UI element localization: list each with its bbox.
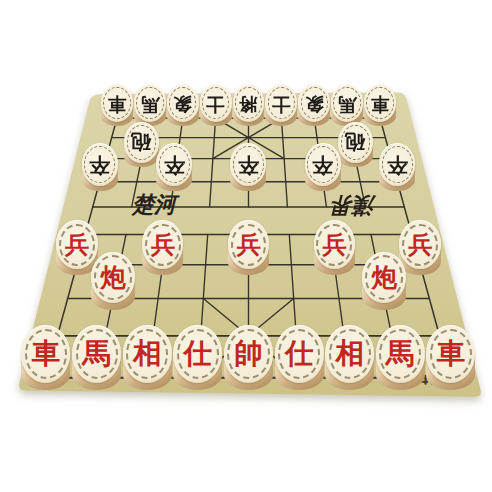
piece-character: 將 [239, 94, 258, 113]
xiangqi-product-photo: 楚河 漢界 3A Φ40 車馬象士將士象馬車砲砲卒卒卒卒卒兵兵兵兵兵炮炮車馬相仕… [0, 0, 492, 492]
piece-character: 卒 [164, 154, 185, 175]
piece-character: 仕 [184, 340, 213, 369]
piece-face: 馬 [376, 325, 425, 383]
piece-character: 兵 [65, 233, 89, 257]
piece-black-elephant-f3[interactable]: 象 [167, 84, 199, 122]
piece-character: 車 [437, 340, 466, 369]
piece-red-soldier-f7[interactable]: 兵 [314, 220, 356, 269]
piece-red-soldier-f5[interactable]: 兵 [228, 220, 270, 269]
piece-character: 仕 [285, 340, 314, 369]
piece-character: 相 [335, 340, 364, 369]
piece-red-horse-f2[interactable]: 馬 [72, 325, 121, 383]
piece-red-advisor-f6[interactable]: 仕 [275, 325, 324, 383]
piece-character: 兵 [151, 233, 175, 257]
piece-character: 兵 [236, 233, 260, 257]
piece-black-general-f5[interactable]: 將 [233, 84, 265, 122]
piece-black-advisor-f6[interactable]: 士 [265, 84, 297, 122]
piece-face: 卒 [82, 143, 118, 186]
piece-face: 卒 [305, 143, 341, 186]
piece-black-horse-f8[interactable]: 馬 [331, 84, 363, 122]
piece-character: 馬 [338, 94, 357, 113]
piece-character: 馬 [82, 340, 111, 369]
piece-face: 卒 [379, 143, 415, 186]
piece-character: 炮 [371, 265, 396, 290]
piece-face: 將 [233, 84, 265, 122]
piece-character: 馬 [386, 340, 415, 369]
piece-black-chariot-f1[interactable]: 車 [101, 84, 133, 122]
piece-red-advisor-f4[interactable]: 仕 [173, 325, 222, 383]
piece-face: 馬 [331, 84, 363, 122]
piece-character: 馬 [141, 94, 160, 113]
piece-character: 象 [173, 94, 192, 113]
piece-face: 象 [167, 84, 199, 122]
piece-red-horse-f8[interactable]: 馬 [376, 325, 425, 383]
river-text-han-jie: 漢界 [288, 195, 376, 217]
piece-character: 車 [371, 94, 390, 113]
piece-black-elephant-f7[interactable]: 象 [298, 84, 330, 122]
piece-black-horse-f2[interactable]: 馬 [134, 84, 166, 122]
piece-character: 兵 [408, 233, 432, 257]
piece-face: 砲 [124, 122, 159, 163]
piece-red-chariot-f1[interactable]: 車 [21, 325, 70, 383]
piece-black-soldier-f1[interactable]: 卒 [82, 143, 118, 186]
piece-character: 卒 [89, 154, 110, 175]
piece-character: 帥 [234, 340, 263, 369]
piece-character: 車 [32, 340, 61, 369]
piece-black-chariot-f9[interactable]: 車 [364, 84, 396, 122]
piece-character: 炮 [100, 265, 125, 290]
river-char: 漢界 [332, 195, 376, 217]
piece-face: 炮 [362, 252, 406, 304]
piece-face: 帥 [224, 325, 273, 383]
piece-red-general-f5[interactable]: 帥 [224, 325, 273, 383]
piece-character: 砲 [345, 132, 365, 152]
piece-black-advisor-f4[interactable]: 士 [200, 84, 232, 122]
piece-black-soldier-f9[interactable]: 卒 [379, 143, 415, 186]
piece-red-elephant-f7[interactable]: 相 [325, 325, 374, 383]
piece-face: 士 [200, 84, 232, 122]
piece-character: 砲 [131, 132, 151, 152]
piece-character: 象 [305, 94, 324, 113]
piece-character: 士 [272, 94, 291, 113]
piece-red-soldier-f3[interactable]: 兵 [142, 220, 184, 269]
river-text-chu-he: 楚河 [132, 193, 218, 215]
piece-red-cannon-f2[interactable]: 炮 [91, 252, 135, 304]
river-char: 楚河 [132, 193, 176, 215]
piece-face: 相 [123, 325, 172, 383]
piece-black-soldier-f5[interactable]: 卒 [230, 143, 266, 186]
piece-character: 卒 [238, 154, 259, 175]
piece-face: 仕 [275, 325, 324, 383]
piece-red-elephant-f3[interactable]: 相 [123, 325, 172, 383]
piece-character: 相 [133, 340, 162, 369]
piece-face: 士 [265, 84, 297, 122]
piece-character: 車 [108, 94, 127, 113]
piece-character: 兵 [322, 233, 346, 257]
piece-black-cannon-f8[interactable]: 砲 [338, 122, 373, 163]
piece-red-chariot-f9[interactable]: 車 [426, 325, 475, 383]
piece-red-cannon-f8[interactable]: 炮 [362, 252, 406, 304]
piece-face: 砲 [338, 122, 373, 163]
piece-black-soldier-f3[interactable]: 卒 [156, 143, 192, 186]
piece-character: 士 [206, 94, 225, 113]
piece-face: 車 [364, 84, 396, 122]
piece-face: 馬 [134, 84, 166, 122]
piece-black-cannon-f2[interactable]: 砲 [124, 122, 159, 163]
piece-face: 卒 [156, 143, 192, 186]
piece-face: 車 [101, 84, 133, 122]
piece-face: 炮 [91, 252, 135, 304]
piece-character: 卒 [312, 154, 333, 175]
piece-character: 卒 [387, 154, 408, 175]
piece-black-soldier-f7[interactable]: 卒 [305, 143, 341, 186]
piece-face: 象 [298, 84, 330, 122]
